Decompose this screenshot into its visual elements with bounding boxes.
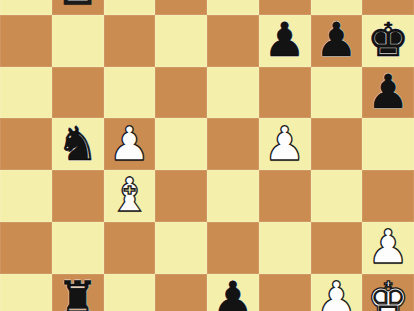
square-c6[interactable] <box>104 67 156 119</box>
white-pawn: ♟ <box>108 120 150 167</box>
black-pawn: ♟ <box>212 275 254 311</box>
square-f7[interactable]: ♟ <box>259 15 311 67</box>
square-e7[interactable] <box>207 15 259 67</box>
square-e8[interactable] <box>207 0 259 15</box>
square-g6[interactable] <box>311 67 363 119</box>
square-c2[interactable] <box>104 274 156 311</box>
black-king: ♚ <box>367 16 409 63</box>
square-b6[interactable] <box>52 67 104 119</box>
square-d2[interactable] <box>155 274 207 311</box>
square-f3[interactable] <box>259 222 311 274</box>
square-e3[interactable] <box>207 222 259 274</box>
square-c8[interactable] <box>104 0 156 15</box>
black-knight: ♞ <box>57 120 99 167</box>
square-e5[interactable] <box>207 118 259 170</box>
white-pawn: ♟ <box>264 120 306 167</box>
board-viewport: ♜♟♟♚♟♞♟♟♝♟♜♟♟♚ <box>0 0 414 311</box>
square-h5[interactable] <box>362 118 414 170</box>
square-d5[interactable] <box>155 118 207 170</box>
square-h4[interactable] <box>362 170 414 222</box>
square-e6[interactable] <box>207 67 259 119</box>
square-g5[interactable] <box>311 118 363 170</box>
black-pawn: ♟ <box>264 16 306 63</box>
square-a6[interactable] <box>0 67 52 119</box>
square-g4[interactable] <box>311 170 363 222</box>
white-pawn: ♟ <box>367 223 409 270</box>
square-d8[interactable] <box>155 0 207 15</box>
square-g3[interactable] <box>311 222 363 274</box>
square-h3[interactable]: ♟ <box>362 222 414 274</box>
square-b2[interactable]: ♜ <box>52 274 104 311</box>
square-a4[interactable] <box>0 170 52 222</box>
square-f2[interactable] <box>259 274 311 311</box>
square-b5[interactable]: ♞ <box>52 118 104 170</box>
chess-board: ♜♟♟♚♟♞♟♟♝♟♜♟♟♚ <box>0 0 414 311</box>
square-h2[interactable]: ♚ <box>362 274 414 311</box>
square-a8[interactable] <box>0 0 52 15</box>
black-pawn: ♟ <box>367 68 409 115</box>
square-b3[interactable] <box>52 222 104 274</box>
square-f5[interactable]: ♟ <box>259 118 311 170</box>
square-b7[interactable] <box>52 15 104 67</box>
white-bishop: ♝ <box>108 171 150 218</box>
square-g7[interactable]: ♟ <box>311 15 363 67</box>
square-f4[interactable] <box>259 170 311 222</box>
white-king: ♚ <box>367 275 409 311</box>
square-d4[interactable] <box>155 170 207 222</box>
square-a5[interactable] <box>0 118 52 170</box>
square-h6[interactable]: ♟ <box>362 67 414 119</box>
white-pawn: ♟ <box>315 275 357 311</box>
square-b8[interactable]: ♜ <box>52 0 104 15</box>
square-e2[interactable]: ♟ <box>207 274 259 311</box>
square-a3[interactable] <box>0 222 52 274</box>
square-c4[interactable]: ♝ <box>104 170 156 222</box>
square-b4[interactable] <box>52 170 104 222</box>
square-f6[interactable] <box>259 67 311 119</box>
square-c7[interactable] <box>104 15 156 67</box>
square-e4[interactable] <box>207 170 259 222</box>
square-c5[interactable]: ♟ <box>104 118 156 170</box>
square-c3[interactable] <box>104 222 156 274</box>
square-d3[interactable] <box>155 222 207 274</box>
square-h7[interactable]: ♚ <box>362 15 414 67</box>
square-a7[interactable] <box>0 15 52 67</box>
square-g2[interactable]: ♟ <box>311 274 363 311</box>
black-pawn: ♟ <box>315 16 357 63</box>
black-rook: ♜ <box>57 275 99 311</box>
white-rook: ♜ <box>57 0 99 11</box>
square-a2[interactable] <box>0 274 52 311</box>
square-d6[interactable] <box>155 67 207 119</box>
square-d7[interactable] <box>155 15 207 67</box>
